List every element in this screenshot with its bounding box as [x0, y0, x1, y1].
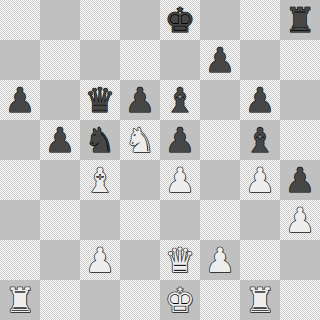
piece-white-queen: ♛ — [165, 240, 195, 280]
piece-black-pawn: ♟ — [125, 80, 155, 120]
piece-white-pawn: ♟ — [245, 160, 275, 200]
square-f6[interactable] — [200, 80, 240, 120]
square-c3[interactable] — [80, 200, 120, 240]
piece-white-rook: ♜ — [245, 280, 275, 320]
square-f1[interactable] — [200, 280, 240, 320]
square-c6[interactable]: ♛ — [80, 80, 120, 120]
square-f8[interactable] — [200, 0, 240, 40]
square-e1[interactable]: ♚ — [160, 280, 200, 320]
square-g3[interactable] — [240, 200, 280, 240]
piece-white-king: ♚ — [165, 280, 195, 320]
piece-black-rook: ♜ — [285, 0, 315, 40]
square-c1[interactable] — [80, 280, 120, 320]
piece-black-pawn: ♟ — [285, 160, 315, 200]
square-g1[interactable]: ♜ — [240, 280, 280, 320]
square-b1[interactable] — [40, 280, 80, 320]
square-c7[interactable] — [80, 40, 120, 80]
square-g6[interactable]: ♟ — [240, 80, 280, 120]
square-b3[interactable] — [40, 200, 80, 240]
piece-white-pawn: ♟ — [285, 200, 315, 240]
square-b4[interactable] — [40, 160, 80, 200]
square-d1[interactable] — [120, 280, 160, 320]
square-h3[interactable]: ♟ — [280, 200, 320, 240]
square-h7[interactable] — [280, 40, 320, 80]
square-h8[interactable]: ♜ — [280, 0, 320, 40]
piece-white-rook: ♜ — [5, 280, 35, 320]
square-e3[interactable] — [160, 200, 200, 240]
square-d8[interactable] — [120, 0, 160, 40]
square-d4[interactable] — [120, 160, 160, 200]
square-b8[interactable] — [40, 0, 80, 40]
square-h4[interactable]: ♟ — [280, 160, 320, 200]
square-d2[interactable] — [120, 240, 160, 280]
square-d7[interactable] — [120, 40, 160, 80]
square-b7[interactable] — [40, 40, 80, 80]
square-b5[interactable]: ♟ — [40, 120, 80, 160]
square-a4[interactable] — [0, 160, 40, 200]
piece-white-pawn: ♟ — [85, 240, 115, 280]
square-b6[interactable] — [40, 80, 80, 120]
piece-black-queen: ♛ — [85, 80, 115, 120]
square-c4[interactable]: ♝ — [80, 160, 120, 200]
square-f2[interactable]: ♟ — [200, 240, 240, 280]
square-f7[interactable]: ♟ — [200, 40, 240, 80]
square-e4[interactable]: ♟ — [160, 160, 200, 200]
square-f5[interactable] — [200, 120, 240, 160]
square-e7[interactable] — [160, 40, 200, 80]
square-c2[interactable]: ♟ — [80, 240, 120, 280]
square-h1[interactable] — [280, 280, 320, 320]
square-b2[interactable] — [40, 240, 80, 280]
square-a5[interactable] — [0, 120, 40, 160]
piece-black-pawn: ♟ — [205, 40, 235, 80]
piece-black-king: ♚ — [165, 0, 195, 40]
square-a6[interactable]: ♟ — [0, 80, 40, 120]
piece-black-pawn: ♟ — [5, 80, 35, 120]
square-h2[interactable] — [280, 240, 320, 280]
piece-white-pawn: ♟ — [205, 240, 235, 280]
square-e2[interactable]: ♛ — [160, 240, 200, 280]
piece-black-bishop: ♝ — [245, 120, 275, 160]
square-d6[interactable]: ♟ — [120, 80, 160, 120]
chess-board: ♚♜♟♟♛♟♝♟♟♞♞♟♝♝♟♟♟♟♟♛♟♜♚♜ — [0, 0, 320, 320]
piece-white-bishop: ♝ — [85, 160, 115, 200]
square-d5[interactable]: ♞ — [120, 120, 160, 160]
square-d3[interactable] — [120, 200, 160, 240]
square-e5[interactable]: ♟ — [160, 120, 200, 160]
square-f4[interactable] — [200, 160, 240, 200]
square-g5[interactable]: ♝ — [240, 120, 280, 160]
square-a3[interactable] — [0, 200, 40, 240]
square-c5[interactable]: ♞ — [80, 120, 120, 160]
square-g4[interactable]: ♟ — [240, 160, 280, 200]
square-e6[interactable]: ♝ — [160, 80, 200, 120]
piece-black-pawn: ♟ — [165, 120, 195, 160]
square-a7[interactable] — [0, 40, 40, 80]
square-h5[interactable] — [280, 120, 320, 160]
square-a1[interactable]: ♜ — [0, 280, 40, 320]
piece-white-pawn: ♟ — [165, 160, 195, 200]
square-f3[interactable] — [200, 200, 240, 240]
piece-black-pawn: ♟ — [45, 120, 75, 160]
square-a8[interactable] — [0, 0, 40, 40]
piece-black-knight: ♞ — [85, 120, 115, 160]
square-h6[interactable] — [280, 80, 320, 120]
square-c8[interactable] — [80, 0, 120, 40]
square-g8[interactable] — [240, 0, 280, 40]
square-g7[interactable] — [240, 40, 280, 80]
piece-white-knight: ♞ — [125, 120, 155, 160]
square-a2[interactable] — [0, 240, 40, 280]
square-g2[interactable] — [240, 240, 280, 280]
square-e8[interactable]: ♚ — [160, 0, 200, 40]
piece-black-bishop: ♝ — [165, 80, 195, 120]
piece-black-pawn: ♟ — [245, 80, 275, 120]
